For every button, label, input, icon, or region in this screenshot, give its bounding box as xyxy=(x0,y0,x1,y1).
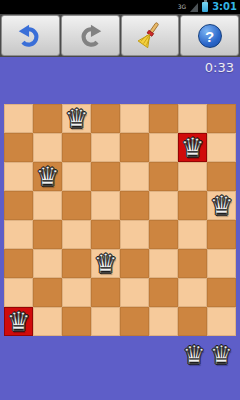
square-b1[interactable] xyxy=(33,307,62,336)
square-a1[interactable]: ♛ xyxy=(4,307,33,336)
square-f8[interactable] xyxy=(149,104,178,133)
square-a8[interactable] xyxy=(4,104,33,133)
status-clock: 3:01 xyxy=(212,2,237,12)
square-g1[interactable] xyxy=(178,307,207,336)
square-h5[interactable]: ♛ xyxy=(207,191,236,220)
network-type-label: 3G xyxy=(178,4,186,10)
square-c1[interactable] xyxy=(62,307,91,336)
square-b2[interactable] xyxy=(33,278,62,307)
square-b3[interactable] xyxy=(33,249,62,278)
square-e4[interactable] xyxy=(120,220,149,249)
white-queen[interactable]: ♛ xyxy=(35,163,59,190)
square-f3[interactable] xyxy=(149,249,178,278)
square-f6[interactable] xyxy=(149,162,178,191)
square-e1[interactable] xyxy=(120,307,149,336)
white-queen[interactable]: ♛ xyxy=(209,192,233,219)
square-b6[interactable]: ♛ xyxy=(33,162,62,191)
square-c7[interactable] xyxy=(62,133,91,162)
broom-icon xyxy=(136,22,164,50)
square-g4[interactable] xyxy=(178,220,207,249)
square-f5[interactable] xyxy=(149,191,178,220)
square-d3[interactable]: ♛ xyxy=(91,249,120,278)
square-e8[interactable] xyxy=(120,104,149,133)
square-g8[interactable] xyxy=(178,104,207,133)
white-queen[interactable]: ♛ xyxy=(64,105,88,132)
square-e3[interactable] xyxy=(120,249,149,278)
square-d5[interactable] xyxy=(91,191,120,220)
undo-button[interactable] xyxy=(1,15,60,56)
square-c3[interactable] xyxy=(62,249,91,278)
square-h8[interactable] xyxy=(207,104,236,133)
square-d8[interactable] xyxy=(91,104,120,133)
white-queen[interactable]: ♛ xyxy=(180,134,204,161)
square-h7[interactable] xyxy=(207,133,236,162)
square-f1[interactable] xyxy=(149,307,178,336)
square-g3[interactable] xyxy=(178,249,207,278)
spare-queens-tray: ♛♛ xyxy=(182,342,233,368)
square-d4[interactable] xyxy=(91,220,120,249)
square-a3[interactable] xyxy=(4,249,33,278)
square-h3[interactable] xyxy=(207,249,236,278)
square-e5[interactable] xyxy=(120,191,149,220)
square-d1[interactable] xyxy=(91,307,120,336)
square-e2[interactable] xyxy=(120,278,149,307)
square-h1[interactable] xyxy=(207,307,236,336)
white-queen[interactable]: ♛ xyxy=(6,308,30,335)
square-b7[interactable] xyxy=(33,133,62,162)
question-mark-icon: ? xyxy=(198,24,222,48)
redo-arrow-icon xyxy=(75,21,105,51)
square-c4[interactable] xyxy=(62,220,91,249)
square-f7[interactable] xyxy=(149,133,178,162)
square-c6[interactable] xyxy=(62,162,91,191)
clear-board-button[interactable] xyxy=(121,15,180,56)
white-queen[interactable]: ♛ xyxy=(93,250,117,277)
square-d7[interactable] xyxy=(91,133,120,162)
square-h6[interactable] xyxy=(207,162,236,191)
square-a2[interactable] xyxy=(4,278,33,307)
square-b8[interactable] xyxy=(33,104,62,133)
square-g5[interactable] xyxy=(178,191,207,220)
square-a6[interactable] xyxy=(4,162,33,191)
status-bar: 3G 3:01 xyxy=(0,0,240,14)
square-c2[interactable] xyxy=(62,278,91,307)
app-screen: 3G 3:01 xyxy=(0,0,240,400)
redo-button[interactable] xyxy=(61,15,120,56)
undo-arrow-icon xyxy=(15,21,45,51)
square-d6[interactable] xyxy=(91,162,120,191)
square-e6[interactable] xyxy=(120,162,149,191)
timer: 0:33 xyxy=(205,60,234,75)
square-h4[interactable] xyxy=(207,220,236,249)
square-g6[interactable] xyxy=(178,162,207,191)
square-a7[interactable] xyxy=(4,133,33,162)
square-g7[interactable]: ♛ xyxy=(178,133,207,162)
square-c5[interactable] xyxy=(62,191,91,220)
square-f4[interactable] xyxy=(149,220,178,249)
square-g2[interactable] xyxy=(178,278,207,307)
square-b4[interactable] xyxy=(33,220,62,249)
help-button[interactable]: ? xyxy=(180,15,239,56)
square-a5[interactable] xyxy=(4,191,33,220)
spare-white-queen[interactable]: ♛ xyxy=(182,342,205,368)
battery-icon xyxy=(202,2,208,12)
square-d2[interactable] xyxy=(91,278,120,307)
chess-board: ♛♛♛♛♛♛ xyxy=(4,104,236,336)
square-a4[interactable] xyxy=(4,220,33,249)
signal-strength-icon xyxy=(190,3,198,12)
toolbar: ? xyxy=(0,14,240,57)
game-area: 0:33 ♛♛♛♛♛♛ ♛♛ xyxy=(0,58,240,400)
square-e7[interactable] xyxy=(120,133,149,162)
spare-white-queen[interactable]: ♛ xyxy=(210,342,233,368)
square-b5[interactable] xyxy=(33,191,62,220)
square-f2[interactable] xyxy=(149,278,178,307)
square-h2[interactable] xyxy=(207,278,236,307)
square-c8[interactable]: ♛ xyxy=(62,104,91,133)
